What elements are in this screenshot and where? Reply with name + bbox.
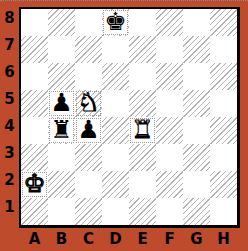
square-d3[interactable] xyxy=(102,144,129,171)
rank-label-4: 4 xyxy=(0,117,19,144)
square-a8[interactable] xyxy=(21,9,48,36)
square-b2[interactable] xyxy=(48,171,75,198)
rank-label-1: 1 xyxy=(0,198,19,225)
square-b3[interactable] xyxy=(48,144,75,171)
square-f7[interactable] xyxy=(156,36,183,63)
white-knight-c5[interactable]: ♞ xyxy=(77,90,99,115)
square-f8[interactable] xyxy=(156,9,183,36)
square-g4[interactable] xyxy=(183,117,210,144)
square-a2[interactable]: ♚ xyxy=(21,171,48,198)
square-h7[interactable] xyxy=(210,36,237,63)
square-d2[interactable] xyxy=(102,171,129,198)
square-d4[interactable] xyxy=(102,117,129,144)
piece-tile-e4: ♜ xyxy=(130,118,155,143)
white-rook-e4[interactable]: ♜ xyxy=(131,117,153,142)
square-a1[interactable] xyxy=(21,198,48,225)
square-c3[interactable] xyxy=(75,144,102,171)
square-c7[interactable] xyxy=(75,36,102,63)
square-e8[interactable] xyxy=(129,9,156,36)
rank-label-5: 5 xyxy=(0,90,19,117)
black-rook-b4[interactable]: ♜ xyxy=(50,117,72,142)
piece-tile-a2: ♚ xyxy=(22,172,47,197)
square-h1[interactable] xyxy=(210,198,237,225)
square-a4[interactable] xyxy=(21,117,48,144)
file-labels: ABCDEFGH xyxy=(21,231,237,251)
square-g2[interactable] xyxy=(183,171,210,198)
file-label-f: F xyxy=(156,231,183,251)
rank-label-7: 7 xyxy=(0,36,19,63)
square-h3[interactable] xyxy=(210,144,237,171)
square-g6[interactable] xyxy=(183,63,210,90)
square-a3[interactable] xyxy=(21,144,48,171)
square-e6[interactable] xyxy=(129,63,156,90)
black-pawn-b5[interactable]: ♟ xyxy=(50,90,72,115)
chess-diagram: 87654321 ♚♟♞♜♟♜♚ ABCDEFGH xyxy=(0,0,248,251)
square-e2[interactable] xyxy=(129,171,156,198)
rank-labels: 87654321 xyxy=(0,9,19,225)
square-c5[interactable]: ♞ xyxy=(75,90,102,117)
piece-tile-b4: ♜ xyxy=(49,118,74,143)
square-g8[interactable] xyxy=(183,9,210,36)
square-h8[interactable] xyxy=(210,9,237,36)
piece-tile-b5: ♟ xyxy=(49,91,74,116)
square-e3[interactable] xyxy=(129,144,156,171)
black-pawn-c4[interactable]: ♟ xyxy=(77,117,99,142)
square-d7[interactable] xyxy=(102,36,129,63)
chess-board: ♚♟♞♜♟♜♚ xyxy=(21,9,237,225)
piece-tile-d8: ♚ xyxy=(103,10,128,35)
square-e1[interactable] xyxy=(129,198,156,225)
square-d6[interactable] xyxy=(102,63,129,90)
square-e4[interactable]: ♜ xyxy=(129,117,156,144)
square-c4[interactable]: ♟ xyxy=(75,117,102,144)
square-d1[interactable] xyxy=(102,198,129,225)
rank-label-8: 8 xyxy=(0,9,19,36)
piece-tile-c5: ♞ xyxy=(76,91,101,116)
square-g5[interactable] xyxy=(183,90,210,117)
square-f6[interactable] xyxy=(156,63,183,90)
file-label-h: H xyxy=(210,231,237,251)
square-a7[interactable] xyxy=(21,36,48,63)
file-label-d: D xyxy=(102,231,129,251)
file-label-e: E xyxy=(129,231,156,251)
square-f5[interactable] xyxy=(156,90,183,117)
file-label-a: A xyxy=(21,231,48,251)
square-b8[interactable] xyxy=(48,9,75,36)
square-h6[interactable] xyxy=(210,63,237,90)
file-label-b: B xyxy=(48,231,75,251)
square-b6[interactable] xyxy=(48,63,75,90)
square-g1[interactable] xyxy=(183,198,210,225)
square-a5[interactable] xyxy=(21,90,48,117)
file-label-g: G xyxy=(183,231,210,251)
square-h5[interactable] xyxy=(210,90,237,117)
square-g3[interactable] xyxy=(183,144,210,171)
square-d8[interactable]: ♚ xyxy=(102,9,129,36)
rank-label-3: 3 xyxy=(0,144,19,171)
black-king-d8[interactable]: ♚ xyxy=(104,9,126,34)
square-f3[interactable] xyxy=(156,144,183,171)
rank-label-6: 6 xyxy=(0,63,19,90)
file-label-c: C xyxy=(75,231,102,251)
square-h4[interactable] xyxy=(210,117,237,144)
square-c2[interactable] xyxy=(75,171,102,198)
square-b5[interactable]: ♟ xyxy=(48,90,75,117)
board-frame: ♚♟♞♜♟♜♚ xyxy=(19,7,240,228)
square-b1[interactable] xyxy=(48,198,75,225)
square-a6[interactable] xyxy=(21,63,48,90)
square-e5[interactable] xyxy=(129,90,156,117)
square-h2[interactable] xyxy=(210,171,237,198)
square-f2[interactable] xyxy=(156,171,183,198)
square-c1[interactable] xyxy=(75,198,102,225)
square-d5[interactable] xyxy=(102,90,129,117)
square-e7[interactable] xyxy=(129,36,156,63)
square-c8[interactable] xyxy=(75,9,102,36)
square-b4[interactable]: ♜ xyxy=(48,117,75,144)
square-c6[interactable] xyxy=(75,63,102,90)
square-g7[interactable] xyxy=(183,36,210,63)
square-f1[interactable] xyxy=(156,198,183,225)
square-b7[interactable] xyxy=(48,36,75,63)
white-king-a2[interactable]: ♚ xyxy=(23,171,45,196)
rank-label-2: 2 xyxy=(0,171,19,198)
piece-tile-c4: ♟ xyxy=(76,118,101,143)
square-f4[interactable] xyxy=(156,117,183,144)
